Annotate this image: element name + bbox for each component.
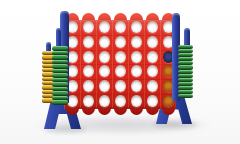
- board-holes: [64, 20, 176, 109]
- board-cell-r3c6: [144, 49, 160, 64]
- board-cell-r3c2: [80, 49, 96, 64]
- board-hole-r4c3[interactable]: [99, 65, 110, 77]
- board-hole-r1c2[interactable]: [83, 21, 94, 33]
- green-disc[interactable]: [52, 82, 68, 87]
- board-cell-r6c6: [144, 94, 160, 109]
- board-cell-r5c4: [112, 79, 128, 94]
- green-disc[interactable]: [178, 65, 194, 69]
- tray-left_inner: [52, 46, 68, 105]
- board-hole-r4c4[interactable]: [115, 65, 126, 77]
- green-disc[interactable]: [52, 73, 68, 78]
- board-hole-r6c5[interactable]: [131, 95, 142, 107]
- board-cell-r2c5: [128, 34, 144, 49]
- board-hole-r6c6[interactable]: [147, 95, 158, 107]
- board-hole-r5c4[interactable]: [115, 80, 126, 92]
- board-cell-r5c5: [128, 79, 144, 94]
- board-cell-r2c3: [96, 34, 112, 49]
- board-hole-r5c3[interactable]: [99, 80, 110, 92]
- board-cell-r4c3: [96, 64, 112, 79]
- board-cell-r1c2: [80, 20, 96, 35]
- board-hole-r3c2[interactable]: [83, 51, 94, 63]
- board-hole-r1c6[interactable]: [147, 21, 158, 33]
- board-cell-r3c3: [96, 49, 112, 64]
- green-disc[interactable]: [52, 91, 68, 96]
- board-hole-r6c4[interactable]: [115, 95, 126, 107]
- green-disc[interactable]: [52, 64, 68, 69]
- board-cell-r6c2: [80, 94, 96, 109]
- board-cell-r1c5: [128, 20, 144, 35]
- board-cell-r2c4: [112, 34, 128, 49]
- board-cell-r4c5: [128, 64, 144, 79]
- board-hole-r3c5[interactable]: [131, 51, 142, 63]
- board-cell-r2c6: [144, 34, 160, 49]
- board-hole-r2c6[interactable]: [147, 36, 158, 48]
- board-cell-r4c2: [80, 64, 96, 79]
- board-hole-r6c3[interactable]: [99, 95, 110, 107]
- board-cell-r6c4: [112, 94, 128, 109]
- board-hole-r3c6[interactable]: [147, 51, 158, 63]
- board-hole-r5c6[interactable]: [147, 80, 158, 92]
- board-hole-r3c4[interactable]: [115, 51, 126, 63]
- board-cell-r3c4: [112, 49, 128, 64]
- board-cell-r5c2: [80, 79, 96, 94]
- green-disc[interactable]: [52, 46, 68, 51]
- tray-right: [178, 45, 194, 98]
- board-cell-r2c2: [80, 34, 96, 49]
- board-cell-r1c6: [144, 20, 160, 35]
- board-hole-r2c3[interactable]: [99, 36, 110, 48]
- green-disc[interactable]: [178, 94, 194, 98]
- board-hole-r4c6[interactable]: [147, 65, 158, 77]
- board-hole-r4c2[interactable]: [83, 65, 94, 77]
- connect-four-product-photo: [0, 0, 240, 144]
- game-board: [64, 20, 176, 109]
- board-cell-r3c5: [128, 49, 144, 64]
- board-hole-r2c4[interactable]: [115, 36, 126, 48]
- board-hole-r5c2[interactable]: [83, 80, 94, 92]
- board-hole-r5c5[interactable]: [131, 80, 142, 92]
- board-hole-r4c5[interactable]: [131, 65, 142, 77]
- board-cell-r6c3: [96, 94, 112, 109]
- board-cell-r5c3: [96, 79, 112, 94]
- board-hole-r2c2[interactable]: [83, 36, 94, 48]
- board-hole-r2c5[interactable]: [131, 36, 142, 48]
- green-disc[interactable]: [52, 100, 68, 105]
- board-cell-r4c6: [144, 64, 160, 79]
- green-disc[interactable]: [52, 55, 68, 60]
- board-hole-r3c3[interactable]: [99, 51, 110, 63]
- board-cell-r5c6: [144, 79, 160, 94]
- board-hole-r6c2[interactable]: [83, 95, 94, 107]
- board-hole-r1c5[interactable]: [131, 21, 142, 33]
- board-cell-r4c4: [112, 64, 128, 79]
- board-hole-r1c3[interactable]: [99, 21, 110, 33]
- board-hole-r1c4[interactable]: [115, 21, 126, 33]
- board-cell-r6c5: [128, 94, 144, 109]
- board-cell-r1c4: [112, 20, 128, 35]
- board-cell-r1c3: [96, 20, 112, 35]
